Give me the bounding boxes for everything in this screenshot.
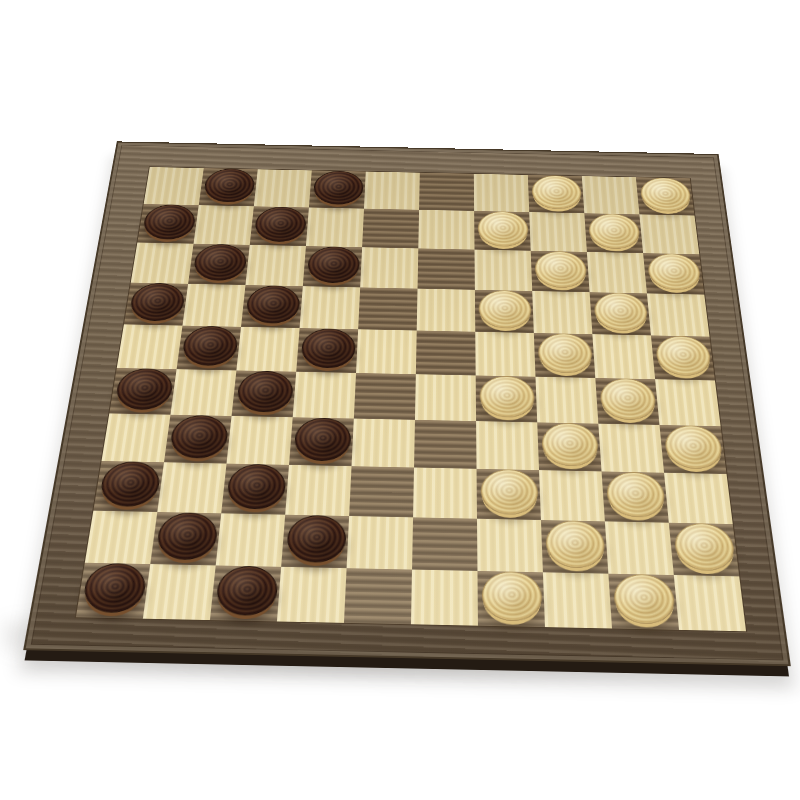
square-r7c3[interactable]	[227, 416, 293, 465]
light-piece[interactable]	[599, 378, 657, 420]
light-piece[interactable]	[663, 425, 724, 469]
square-r8c1[interactable]	[93, 461, 164, 512]
square-r10c10[interactable]	[674, 575, 746, 631]
square-r1c8[interactable]	[528, 175, 584, 213]
square-r5c10[interactable]	[651, 335, 715, 380]
square-r4c9[interactable]	[590, 292, 651, 335]
dark-piece[interactable]	[215, 566, 279, 616]
square-r6c3[interactable]	[232, 370, 297, 417]
square-r5c6[interactable]	[416, 331, 476, 376]
square-r5c7[interactable]	[475, 332, 535, 377]
square-r6c2[interactable]	[170, 369, 236, 416]
square-r4c4[interactable]	[300, 286, 361, 329]
square-r3c6[interactable]	[418, 248, 475, 289]
square-r4c1[interactable]	[124, 283, 188, 326]
light-piece[interactable]	[482, 571, 543, 622]
square-r7c7[interactable]	[476, 421, 539, 470]
square-r6c9[interactable]	[595, 378, 659, 425]
square-r6c6[interactable]	[415, 374, 476, 421]
square-r9c9[interactable]	[605, 521, 674, 575]
square-r1c5[interactable]	[364, 172, 420, 210]
square-r4c6[interactable]	[417, 289, 476, 332]
square-r7c8[interactable]	[537, 422, 601, 471]
square-r9c5[interactable]	[347, 516, 413, 570]
square-r5c9[interactable]	[592, 334, 655, 379]
dark-piece[interactable]	[226, 464, 287, 510]
square-r6c7[interactable]	[476, 375, 538, 422]
square-r3c9[interactable]	[587, 252, 647, 293]
square-r9c1[interactable]	[85, 511, 157, 564]
square-r9c7[interactable]	[477, 519, 543, 573]
square-r4c8[interactable]	[532, 291, 592, 334]
square-r8c10[interactable]	[664, 473, 733, 524]
dark-piece[interactable]	[307, 246, 360, 283]
light-piece[interactable]	[639, 177, 692, 212]
square-r4c3[interactable]	[241, 285, 303, 328]
dark-piece[interactable]	[286, 515, 347, 563]
square-r3c1[interactable]	[131, 243, 194, 284]
square-r3c4[interactable]	[303, 246, 362, 287]
square-r4c5[interactable]	[358, 287, 417, 330]
dark-piece[interactable]	[203, 168, 256, 202]
square-r3c2[interactable]	[188, 244, 250, 285]
square-r5c4[interactable]	[296, 328, 358, 373]
square-r6c5[interactable]	[354, 373, 416, 420]
square-r1c9[interactable]	[582, 176, 640, 214]
square-r7c5[interactable]	[352, 419, 415, 468]
light-piece[interactable]	[481, 469, 539, 515]
square-r1c4[interactable]	[309, 170, 366, 208]
square-r1c3[interactable]	[254, 169, 312, 207]
light-piece[interactable]	[480, 376, 536, 418]
dark-piece[interactable]	[142, 204, 197, 240]
square-r8c4[interactable]	[285, 465, 351, 516]
square-r9c3[interactable]	[216, 513, 285, 566]
square-r3c5[interactable]	[360, 247, 418, 288]
dark-piece[interactable]	[81, 563, 148, 613]
light-piece[interactable]	[534, 251, 587, 288]
square-r1c1[interactable]	[144, 167, 204, 205]
square-r4c2[interactable]	[182, 284, 245, 327]
square-r4c7[interactable]	[475, 290, 534, 333]
square-r3c10[interactable]	[643, 253, 704, 295]
square-r8c5[interactable]	[349, 466, 414, 517]
dark-piece[interactable]	[313, 170, 364, 204]
square-r6c4[interactable]	[293, 372, 356, 419]
dark-piece[interactable]	[98, 461, 162, 507]
square-r2c2[interactable]	[194, 205, 254, 245]
square-r9c4[interactable]	[281, 515, 349, 569]
light-piece[interactable]	[613, 574, 677, 625]
square-r1c6[interactable]	[419, 173, 474, 211]
square-r10c8[interactable]	[543, 572, 612, 628]
square-r5c2[interactable]	[177, 326, 241, 371]
square-r3c3[interactable]	[245, 245, 305, 286]
light-piece[interactable]	[673, 523, 737, 571]
square-r2c5[interactable]	[362, 209, 419, 249]
square-r10c9[interactable]	[608, 574, 679, 630]
square-r7c9[interactable]	[598, 424, 664, 473]
square-r10c7[interactable]	[477, 571, 545, 627]
dark-piece[interactable]	[169, 415, 230, 459]
dark-piece[interactable]	[236, 371, 294, 413]
dark-piece[interactable]	[254, 206, 307, 242]
square-r8c9[interactable]	[602, 471, 669, 522]
dark-piece[interactable]	[128, 283, 186, 322]
square-r3c7[interactable]	[475, 250, 533, 291]
light-piece[interactable]	[647, 253, 702, 290]
light-piece[interactable]	[588, 213, 641, 249]
dark-piece[interactable]	[155, 512, 219, 560]
square-r4c10[interactable]	[647, 293, 710, 336]
dark-piece[interactable]	[293, 417, 351, 461]
dark-piece[interactable]	[181, 326, 239, 366]
square-r8c6[interactable]	[413, 468, 477, 519]
square-r2c7[interactable]	[474, 211, 531, 251]
page-background	[0, 0, 800, 800]
square-r2c10[interactable]	[639, 214, 699, 254]
square-r2c3[interactable]	[250, 206, 309, 246]
dark-piece[interactable]	[300, 328, 356, 368]
square-r7c10[interactable]	[659, 425, 726, 474]
square-r10c2[interactable]	[143, 564, 216, 620]
square-r2c9[interactable]	[584, 213, 643, 253]
square-r7c4[interactable]	[289, 417, 354, 466]
dark-piece[interactable]	[192, 244, 248, 281]
light-piece[interactable]	[541, 422, 599, 466]
draughts-board-3d-wrapper	[23, 141, 791, 666]
board-frame	[23, 141, 791, 666]
square-r2c6[interactable]	[418, 210, 474, 250]
light-piece[interactable]	[593, 292, 648, 331]
square-r1c10[interactable]	[636, 177, 695, 215]
square-r1c7[interactable]	[474, 174, 529, 212]
square-r8c8[interactable]	[539, 470, 605, 521]
square-r7c6[interactable]	[414, 420, 477, 469]
light-piece[interactable]	[531, 175, 582, 210]
light-piece[interactable]	[479, 290, 532, 329]
light-piece[interactable]	[655, 336, 713, 377]
square-r2c8[interactable]	[529, 212, 587, 252]
square-r10c3[interactable]	[210, 565, 281, 621]
light-piece[interactable]	[538, 333, 593, 374]
draughts-board	[76, 167, 746, 631]
square-r9c8[interactable]	[541, 520, 608, 574]
square-r5c3[interactable]	[236, 327, 299, 372]
light-piece[interactable]	[545, 520, 606, 568]
square-r8c2[interactable]	[157, 462, 226, 513]
square-r10c4[interactable]	[277, 567, 347, 623]
square-r10c1[interactable]	[76, 563, 150, 619]
square-r6c8[interactable]	[535, 377, 598, 424]
square-r8c3[interactable]	[221, 464, 289, 515]
square-r5c1[interactable]	[117, 324, 183, 369]
square-r7c1[interactable]	[102, 413, 171, 462]
square-r3c8[interactable]	[531, 251, 590, 292]
dark-piece[interactable]	[245, 285, 301, 324]
square-r2c1[interactable]	[137, 204, 198, 244]
square-r10c6[interactable]	[411, 570, 478, 626]
playing-field	[75, 166, 748, 632]
square-r5c5[interactable]	[356, 329, 417, 374]
square-r7c2[interactable]	[164, 415, 232, 464]
square-r6c10[interactable]	[655, 379, 720, 426]
square-r2c4[interactable]	[306, 207, 364, 247]
square-r8c7[interactable]	[477, 469, 541, 520]
square-r1c2[interactable]	[199, 168, 258, 206]
square-r9c2[interactable]	[150, 512, 221, 565]
square-r6c1[interactable]	[109, 368, 176, 415]
square-r5c8[interactable]	[534, 333, 595, 378]
light-piece[interactable]	[478, 211, 529, 247]
light-piece[interactable]	[606, 472, 667, 518]
square-r10c5[interactable]	[344, 568, 412, 624]
square-r9c10[interactable]	[669, 523, 739, 577]
square-r9c6[interactable]	[412, 517, 477, 571]
dark-piece[interactable]	[114, 368, 175, 410]
